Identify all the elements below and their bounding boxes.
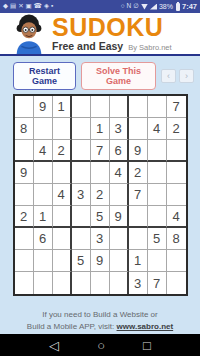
sudoku-cell-r2c9[interactable]: 2 — [167, 118, 186, 140]
sudoku-cell-r4c3[interactable] — [53, 162, 72, 184]
sudoku-cell-r5c1[interactable] — [15, 184, 34, 206]
nav-recents-button[interactable]: □ — [143, 339, 151, 352]
restart-game-button[interactable]: Restart Game — [13, 62, 76, 90]
sudoku-cell-r2c4[interactable] — [72, 118, 91, 140]
sudoku-cell-r5c2[interactable] — [34, 184, 53, 206]
sudoku-cell-r9c9[interactable] — [167, 272, 186, 294]
nav-home-button[interactable]: ○ — [97, 339, 105, 352]
sudoku-cell-r3c7[interactable]: 9 — [129, 140, 148, 162]
sudoku-cell-r1c9[interactable]: 7 — [167, 96, 186, 118]
sudoku-cell-r6c3[interactable] — [53, 206, 72, 228]
sudoku-cell-r5c7[interactable]: 7 — [129, 184, 148, 206]
footer-line2: Build a Mobile APP, visit: — [27, 322, 114, 331]
sudoku-cell-r9c1[interactable] — [15, 272, 34, 294]
sudoku-cell-r5c3[interactable]: 4 — [53, 184, 72, 206]
sudoku-cell-r9c5[interactable] — [91, 272, 110, 294]
nav-back-button[interactable]: ◁ — [49, 339, 59, 352]
sudoku-cell-r2c8[interactable]: 4 — [148, 118, 167, 140]
sudoku-cell-r1c3[interactable]: 1 — [53, 96, 72, 118]
sudoku-cell-r7c2[interactable]: 6 — [34, 228, 53, 250]
sudoku-cell-r4c8[interactable] — [148, 162, 167, 184]
sudoku-cell-r5c6[interactable] — [110, 184, 129, 206]
solve-game-button[interactable]: Solve This Game — [81, 62, 156, 90]
sudoku-cell-r2c2[interactable] — [34, 118, 53, 140]
sudoku-cell-r1c7[interactable] — [129, 96, 148, 118]
sudoku-cell-r1c8[interactable] — [148, 96, 167, 118]
app-byline: By Sabro.net — [128, 44, 171, 52]
sudoku-cell-r2c1[interactable]: 8 — [15, 118, 34, 140]
sudoku-cell-r8c9[interactable] — [167, 250, 186, 272]
status-bar-system: ○ N ∅ 38% 7:47 — [121, 2, 197, 11]
toolbar: Restart Game Solve This Game ‹ › — [0, 56, 200, 94]
footer-link[interactable]: www.sabro.net — [117, 322, 174, 331]
sudoku-cell-r8c2[interactable] — [34, 250, 53, 272]
app-subtitle: Free and Easy — [52, 41, 123, 52]
sudoku-cell-r7c9[interactable]: 8 — [167, 228, 186, 250]
sudoku-cell-r9c8[interactable]: 7 — [148, 272, 167, 294]
sudoku-cell-r2c5[interactable]: 1 — [91, 118, 110, 140]
usb-icon: ▤ — [10, 3, 16, 10]
battery-percent-label: 38% — [159, 3, 173, 10]
sudoku-grid: 9178134242769942432721594635859137 — [13, 94, 188, 296]
sudoku-cell-r8c7[interactable]: 1 — [129, 250, 148, 272]
footer-text: If you need to Build a Website or Build … — [0, 296, 200, 334]
mascot-logo — [10, 14, 48, 54]
sudoku-cell-r8c1[interactable] — [15, 250, 34, 272]
sudoku-cell-r3c4[interactable] — [72, 140, 91, 162]
sudoku-cell-r7c3[interactable] — [53, 228, 72, 250]
footer-line1: If you need to Build a Website or — [42, 310, 157, 319]
circle-icon: ○ — [121, 3, 125, 10]
close-icon: ✕ — [18, 3, 23, 10]
prev-puzzle-button[interactable]: ‹ — [161, 69, 176, 83]
sudoku-cell-r3c8[interactable] — [148, 140, 167, 162]
sudoku-cell-r6c4[interactable] — [72, 206, 91, 228]
sudoku-cell-r5c8[interactable] — [148, 184, 167, 206]
sudoku-cell-r1c4[interactable] — [72, 96, 91, 118]
sudoku-cell-r1c6[interactable] — [110, 96, 129, 118]
sudoku-cell-r7c1[interactable] — [15, 228, 34, 250]
sudoku-cell-r6c1[interactable]: 2 — [15, 206, 34, 228]
sudoku-cell-r4c2[interactable] — [34, 162, 53, 184]
sudoku-cell-r8c4[interactable]: 5 — [72, 250, 91, 272]
sudoku-cell-r6c8[interactable] — [148, 206, 167, 228]
sudoku-cell-r7c8[interactable]: 5 — [148, 228, 167, 250]
sudoku-cell-r8c3[interactable] — [53, 250, 72, 272]
sudoku-cell-r6c6[interactable]: 9 — [110, 206, 129, 228]
sudoku-cell-r1c1[interactable] — [15, 96, 34, 118]
sudoku-cell-r3c9[interactable] — [167, 140, 186, 162]
sudoku-cell-r1c5[interactable] — [91, 96, 110, 118]
sudoku-cell-r2c7[interactable] — [129, 118, 148, 140]
sudoku-cell-r5c5[interactable]: 2 — [91, 184, 110, 206]
sudoku-cell-r4c9[interactable] — [167, 162, 186, 184]
battery-icon — [176, 3, 180, 11]
sudoku-cell-r3c3[interactable]: 2 — [53, 140, 72, 162]
sudoku-cell-r4c1[interactable]: 9 — [15, 162, 34, 184]
sudoku-cell-r8c8[interactable] — [148, 250, 167, 272]
sudoku-cell-r9c4[interactable] — [72, 272, 91, 294]
sudoku-cell-r3c1[interactable] — [15, 140, 34, 162]
sudoku-cell-r9c2[interactable] — [34, 272, 53, 294]
title-block: SUDOKU Free and Easy By Sabro.net — [52, 15, 172, 52]
tools-icon: ◈ — [44, 3, 49, 10]
sudoku-cell-r6c2[interactable]: 1 — [34, 206, 53, 228]
sudoku-cell-r5c4[interactable]: 3 — [72, 184, 91, 206]
dot-icon: ▪ — [51, 3, 53, 10]
gallery-icon: ▣ — [26, 3, 32, 10]
sudoku-cell-r9c7[interactable]: 3 — [129, 272, 148, 294]
sudoku-cell-r6c5[interactable]: 5 — [91, 206, 110, 228]
sudoku-cell-r7c6[interactable] — [110, 228, 129, 250]
sudoku-cell-r3c6[interactable]: 6 — [110, 140, 129, 162]
wifi-icon — [141, 4, 148, 10]
sudoku-cell-r6c7[interactable] — [129, 206, 148, 228]
sudoku-cell-r2c6[interactable]: 3 — [110, 118, 129, 140]
sudoku-cell-r9c6[interactable] — [110, 272, 129, 294]
sudoku-cell-r5c9[interactable] — [167, 184, 186, 206]
sudoku-cell-r4c4[interactable] — [72, 162, 91, 184]
sudoku-cell-r4c7[interactable]: 2 — [129, 162, 148, 184]
clock-label: 7:47 — [182, 2, 197, 11]
app-title: SUDOKU — [52, 15, 172, 40]
sudoku-cell-r6c9[interactable]: 4 — [167, 206, 186, 228]
next-puzzle-button[interactable]: › — [179, 69, 194, 83]
sudoku-cell-r7c4[interactable] — [72, 228, 91, 250]
sudoku-cell-r7c7[interactable] — [129, 228, 148, 250]
nfc-icon: N — [127, 3, 132, 10]
status-bar-notifications: ◆ ▤ ✕ ▣ ☎ ◈ ▪ — [3, 3, 53, 10]
android-nav-bar: ◁ ○ □ — [0, 334, 200, 356]
signal-icon — [150, 4, 157, 10]
camera-icon: ◆ — [3, 3, 8, 10]
mute-icon: ∅ — [133, 3, 139, 10]
sudoku-cell-r3c5[interactable]: 7 — [91, 140, 110, 162]
sudoku-cell-r2c3[interactable] — [53, 118, 72, 140]
sudoku-cell-r8c6[interactable] — [110, 250, 129, 272]
sudoku-cell-r4c5[interactable] — [91, 162, 110, 184]
phone-icon: ☎ — [34, 3, 42, 10]
sudoku-cell-r1c2[interactable]: 9 — [34, 96, 53, 118]
sudoku-cell-r8c5[interactable]: 9 — [91, 250, 110, 272]
puzzle-pager: ‹ › — [161, 69, 194, 83]
status-bar: ◆ ▤ ✕ ▣ ☎ ◈ ▪ ○ N ∅ 38% 7:47 — [0, 0, 200, 13]
sudoku-cell-r9c3[interactable] — [53, 272, 72, 294]
board-area: 9178134242769942432721594635859137 — [0, 94, 200, 296]
sudoku-cell-r4c6[interactable]: 4 — [110, 162, 129, 184]
app-header: SUDOKU Free and Easy By Sabro.net — [0, 13, 200, 56]
sudoku-cell-r7c5[interactable]: 3 — [91, 228, 110, 250]
sudoku-cell-r3c2[interactable]: 4 — [34, 140, 53, 162]
app-window: ◆ ▤ ✕ ▣ ☎ ◈ ▪ ○ N ∅ 38% 7:47 — [0, 0, 200, 356]
